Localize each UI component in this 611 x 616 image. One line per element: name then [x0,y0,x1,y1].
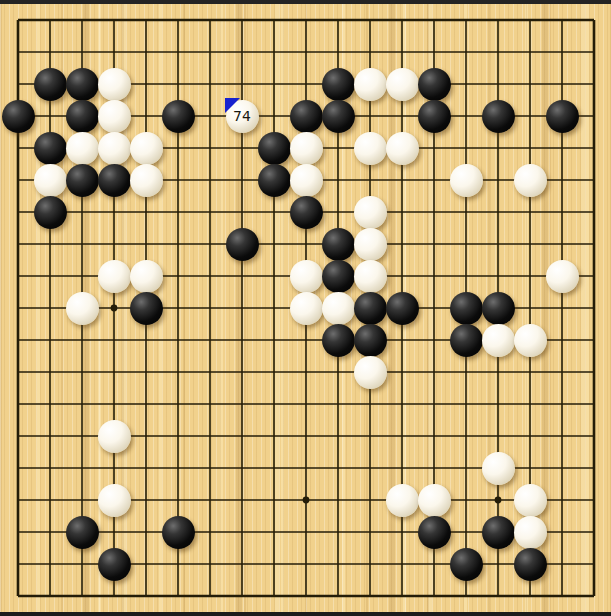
stone-black [546,100,579,133]
stone-white [514,164,547,197]
stone-black [450,292,483,325]
stone-black [34,68,67,101]
stone-white [66,132,99,165]
stone-black [482,516,515,549]
stone-white [130,132,163,165]
stone-black [514,548,547,581]
stone-black [34,196,67,229]
stone-white [66,292,99,325]
stone-black [34,132,67,165]
stone-black [322,260,355,293]
stone-black [450,324,483,357]
stone-white [98,484,131,517]
stone-white [354,196,387,229]
stone-white [130,164,163,197]
stone-white [514,516,547,549]
stone-black [386,292,419,325]
stone-black [98,548,131,581]
stone-black [482,100,515,133]
go-app-window: 74 [0,0,611,616]
stone-white [34,164,67,197]
stone-white [130,260,163,293]
stone-white [354,68,387,101]
stone-white [98,68,131,101]
stone-black [66,516,99,549]
window-edge-top [0,0,611,4]
stone-black [418,100,451,133]
stone-black [354,292,387,325]
stone-black [130,292,163,325]
stone-white [98,100,131,133]
stone-black [162,100,195,133]
stone-white [450,164,483,197]
stone-white [290,292,323,325]
stone-black [290,100,323,133]
window-edge-bottom [0,612,611,616]
stone-white [354,132,387,165]
stone-white [322,292,355,325]
stone-black [322,100,355,133]
stone-white [386,68,419,101]
stone-white [290,260,323,293]
stone-black [482,292,515,325]
stone-white [482,324,515,357]
stone-black [258,164,291,197]
stone-white [546,260,579,293]
stone-black [66,68,99,101]
stone-black [322,228,355,261]
stone-white [482,452,515,485]
stone-black [418,516,451,549]
stone-black [290,196,323,229]
stone-white [354,228,387,261]
last-move-marker-icon [225,98,240,113]
stone-black [66,100,99,133]
go-board[interactable]: 74 [0,0,611,616]
stone-black [98,164,131,197]
stone-white-last-move: 74 [226,100,259,133]
stone-white [418,484,451,517]
stone-black [322,324,355,357]
stone-white [354,260,387,293]
stone-white [98,260,131,293]
stone-white [354,356,387,389]
stone-black [258,132,291,165]
stone-white [290,132,323,165]
stone-black [418,68,451,101]
stone-black [162,516,195,549]
stone-white [514,484,547,517]
stone-black [354,324,387,357]
stone-black [226,228,259,261]
stone-black [66,164,99,197]
stone-white [386,484,419,517]
stone-black [322,68,355,101]
stone-white [98,420,131,453]
stone-white [514,324,547,357]
stone-white [290,164,323,197]
stone-white [386,132,419,165]
stone-black [450,548,483,581]
stone-black [2,100,35,133]
stone-white [98,132,131,165]
